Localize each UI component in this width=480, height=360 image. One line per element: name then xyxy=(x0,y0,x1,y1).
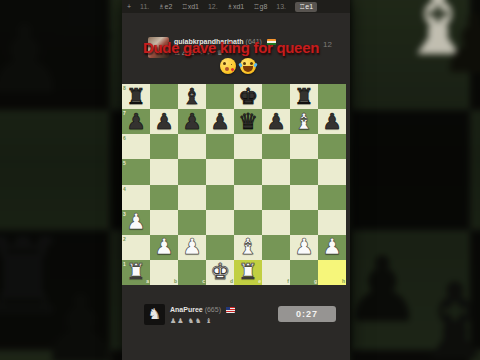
square-h6[interactable] xyxy=(318,134,346,159)
square-a8[interactable]: 8♜ xyxy=(122,84,150,109)
square-h7[interactable]: ♟ xyxy=(318,109,346,134)
black-rook: ♜ xyxy=(122,84,150,109)
current-move[interactable]: ♖e1 xyxy=(295,2,317,12)
square-e2[interactable]: ♝ xyxy=(234,235,262,260)
square-a2[interactable]: 2 xyxy=(122,235,150,260)
usa-flag-icon xyxy=(226,307,235,313)
square-e4[interactable] xyxy=(234,185,262,210)
white-bishop: ♝ xyxy=(290,109,318,134)
india-flag-icon xyxy=(267,39,276,45)
white-bishop: ♝ xyxy=(234,235,262,260)
square-a3[interactable]: 3♟ xyxy=(122,210,150,235)
black-pawn: ♟ xyxy=(206,109,234,134)
square-g6[interactable] xyxy=(290,134,318,159)
square-h1[interactable]: h xyxy=(318,260,346,285)
square-b2[interactable]: ♟ xyxy=(150,235,178,260)
white-pawn: ♟ xyxy=(122,210,150,235)
top-player-clock: 12 xyxy=(323,40,332,49)
board-coordinate: 6 xyxy=(123,135,126,141)
black-queen: ♛ xyxy=(234,109,262,134)
board-coordinate: d xyxy=(230,278,233,284)
board-coordinate: 8 xyxy=(123,85,126,91)
square-h8[interactable] xyxy=(318,84,346,109)
board-coordinate: g xyxy=(314,278,317,284)
black-rook: ♜ xyxy=(290,84,318,109)
chess-app-screenshot: +11.♗e2♖xd112.♗xd1♖g813.♖e1 gulabkrpandh… xyxy=(122,0,350,360)
black-pawn: ♟ xyxy=(262,109,290,134)
square-b1[interactable]: b xyxy=(150,260,178,285)
square-f5[interactable] xyxy=(262,159,290,184)
bottom-player-rating: (665) xyxy=(205,306,221,313)
move-token[interactable]: ♖xd1 xyxy=(181,3,199,11)
square-e8[interactable]: ♚ xyxy=(234,84,262,109)
square-c8[interactable]: ♝ xyxy=(178,84,206,109)
square-g2[interactable]: ♟ xyxy=(290,235,318,260)
move-token[interactable]: 12. xyxy=(208,3,218,10)
video-frame: ♜♟♜♟♝♟♟♝ +11.♗e2♖xd112.♗xd1♖g813.♖e1 gul… xyxy=(0,0,480,360)
square-e3[interactable] xyxy=(234,210,262,235)
board-coordinate: b xyxy=(174,278,177,284)
top-player-captured-pieces: ♙♙♙ ♘♘ ♕ xyxy=(174,49,224,57)
square-f7[interactable]: ♟ xyxy=(262,109,290,134)
square-d5[interactable] xyxy=(206,159,234,184)
square-a6[interactable]: 6 xyxy=(122,134,150,159)
square-c1[interactable]: c xyxy=(178,260,206,285)
square-e7[interactable]: ♛ xyxy=(234,109,262,134)
move-token[interactable]: + xyxy=(127,3,131,10)
bottom-player-clock: 0:27 xyxy=(278,306,336,322)
board-coordinate: h xyxy=(342,278,345,284)
square-g4[interactable] xyxy=(290,185,318,210)
square-b5[interactable] xyxy=(150,159,178,184)
square-a5[interactable]: 5 xyxy=(122,159,150,184)
white-pawn: ♟ xyxy=(318,235,346,260)
square-d7[interactable]: ♟ xyxy=(206,109,234,134)
square-a4[interactable]: 4 xyxy=(122,185,150,210)
square-f3[interactable] xyxy=(262,210,290,235)
chess-board[interactable]: 8♜♝♚♜7♟♟♟♟♛♟♝♟6543♟2♟♟♝♟♟1a♜bcd♚e♜fgh xyxy=(122,84,346,285)
move-token[interactable]: 11. xyxy=(140,3,149,10)
square-g3[interactable] xyxy=(290,210,318,235)
square-d1[interactable]: d♚ xyxy=(206,260,234,285)
bottom-player-bar: ♞ AnaPuree (665) ♟♟ ♞♞ ♝ 0:27 xyxy=(122,303,350,329)
top-player-bar: gulabkrpandharinath (641) ♙♙♙ ♘♘ ♕ 12 xyxy=(122,36,350,62)
square-d3[interactable] xyxy=(206,210,234,235)
top-player-username: gulabkrpandharinath xyxy=(174,38,244,45)
square-h2[interactable]: ♟ xyxy=(318,235,346,260)
square-d8[interactable] xyxy=(206,84,234,109)
square-c7[interactable]: ♟ xyxy=(178,109,206,134)
square-f8[interactable] xyxy=(262,84,290,109)
backdrop-piece: ♟ xyxy=(0,12,67,107)
backdrop-piece: ♟ xyxy=(38,282,123,360)
move-token[interactable]: ♖g8 xyxy=(253,3,267,11)
square-a7[interactable]: 7♟ xyxy=(122,109,150,134)
knight-avatar-icon: ♞ xyxy=(148,307,161,322)
square-f4[interactable] xyxy=(262,185,290,210)
board-coordinate: 2 xyxy=(123,236,126,242)
black-bishop: ♝ xyxy=(178,84,206,109)
black-pawn: ♟ xyxy=(150,109,178,134)
square-c4[interactable] xyxy=(178,185,206,210)
square-b8[interactable] xyxy=(150,84,178,109)
black-pawn: ♟ xyxy=(178,109,206,134)
square-d2[interactable] xyxy=(206,235,234,260)
move-token[interactable]: 13. xyxy=(276,3,286,10)
square-g1[interactable]: g xyxy=(290,260,318,285)
square-e5[interactable] xyxy=(234,159,262,184)
square-a1[interactable]: 1a♜ xyxy=(122,260,150,285)
board-coordinate: e xyxy=(258,278,261,284)
square-f1[interactable]: f xyxy=(262,260,290,285)
square-h4[interactable] xyxy=(318,185,346,210)
square-c3[interactable] xyxy=(178,210,206,235)
white-pawn: ♟ xyxy=(290,235,318,260)
square-b7[interactable]: ♟ xyxy=(150,109,178,134)
move-token[interactable]: ♗xd1 xyxy=(227,3,245,11)
white-pawn: ♟ xyxy=(150,235,178,260)
square-g7[interactable]: ♝ xyxy=(290,109,318,134)
bottom-player-name[interactable]: AnaPuree (665) xyxy=(170,306,235,313)
top-player-name[interactable]: gulabkrpandharinath (641) xyxy=(174,38,276,45)
black-king: ♚ xyxy=(234,84,262,109)
white-pawn: ♟ xyxy=(178,235,206,260)
black-pawn: ♟ xyxy=(318,109,346,134)
square-f6[interactable] xyxy=(262,134,290,159)
board-coordinate: 7 xyxy=(123,110,126,116)
square-c2[interactable]: ♟ xyxy=(178,235,206,260)
move-list-bar[interactable]: +11.♗e2♖xd112.♗xd1♖g813.♖e1 xyxy=(122,0,350,13)
square-b3[interactable] xyxy=(150,210,178,235)
square-d4[interactable] xyxy=(206,185,234,210)
square-c5[interactable] xyxy=(178,159,206,184)
board-coordinate: 3 xyxy=(123,211,126,217)
square-h3[interactable] xyxy=(318,210,346,235)
black-pawn: ♟ xyxy=(122,109,150,134)
board-coordinate: 5 xyxy=(123,160,126,166)
top-player-avatar[interactable] xyxy=(148,37,169,58)
square-d6[interactable] xyxy=(206,134,234,159)
square-h5[interactable] xyxy=(318,159,346,184)
move-token[interactable]: ♗e2 xyxy=(158,3,172,11)
board-coordinate: f xyxy=(287,278,289,284)
square-e1[interactable]: e♜ xyxy=(234,260,262,285)
board-coordinate: 1 xyxy=(123,261,126,267)
board-coordinate: 4 xyxy=(123,186,126,192)
board-coordinate: a xyxy=(146,278,149,284)
backdrop-piece: ♝ xyxy=(408,270,480,360)
board-coordinate: c xyxy=(202,278,205,284)
square-f2[interactable] xyxy=(262,235,290,260)
square-g5[interactable] xyxy=(290,159,318,184)
square-e6[interactable] xyxy=(234,134,262,159)
square-b6[interactable] xyxy=(150,134,178,159)
backdrop-piece: ♟ xyxy=(438,5,480,85)
square-b4[interactable] xyxy=(150,185,178,210)
square-c6[interactable] xyxy=(178,134,206,159)
bottom-player-captured-pieces: ♟♟ ♞♞ ♝ xyxy=(170,317,213,325)
bottom-player-avatar[interactable]: ♞ xyxy=(144,304,165,325)
top-player-rating: (641) xyxy=(246,38,262,45)
bottom-player-username: AnaPuree xyxy=(170,306,203,313)
square-g8[interactable]: ♜ xyxy=(290,84,318,109)
